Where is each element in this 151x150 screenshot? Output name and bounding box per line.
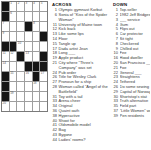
black-cell — [40, 52, 47, 61]
across-clues-column: ACROSS 1Olympic gymnast Korbut6Sonia of … — [52, 2, 112, 143]
grid-cell[interactable]: 3 — [25, 2, 32, 11]
grid-cell[interactable] — [25, 102, 32, 111]
grid-cell[interactable]: 16 — [25, 72, 32, 81]
grid-cell[interactable] — [10, 32, 17, 41]
cell-number: 12 — [10, 52, 13, 56]
grid-cell[interactable]: 7 — [2, 22, 9, 31]
grid-cell[interactable]: 2 — [17, 2, 24, 11]
cell-number: 5 — [41, 2, 43, 6]
clue-text: Ladies' rooms? — [59, 138, 113, 143]
grid-cell[interactable] — [33, 92, 40, 101]
grid-cell[interactable]: 6 — [10, 12, 17, 21]
grid-cell[interactable] — [33, 32, 40, 41]
grid-cell[interactable]: 5 — [40, 2, 47, 11]
grid-cell[interactable]: 12 — [10, 52, 17, 61]
grid-cell[interactable] — [25, 32, 32, 41]
cell-number: 13 — [25, 52, 28, 56]
grid-cell[interactable] — [25, 42, 32, 51]
grid-cell[interactable] — [10, 82, 17, 91]
black-cell — [10, 42, 17, 51]
grid-cell[interactable]: 17 — [40, 72, 47, 81]
grid-cell[interactable] — [33, 12, 40, 21]
black-cell — [40, 62, 47, 71]
cell-number: 18 — [33, 82, 36, 86]
clue-text: Pen residents — [120, 114, 151, 119]
cell-number: 19 — [10, 92, 13, 96]
grid-cell[interactable] — [10, 102, 17, 111]
grid-cell[interactable] — [17, 72, 24, 81]
black-cell — [40, 32, 47, 41]
grid-cell[interactable]: 10 — [17, 42, 24, 51]
grid-cell[interactable] — [17, 62, 24, 71]
grid-cell[interactable] — [25, 92, 32, 101]
black-cell — [2, 82, 9, 91]
cell-number: 17 — [41, 72, 44, 76]
cell-number: 8 — [33, 22, 35, 26]
cell-number: 7 — [3, 22, 5, 26]
clue-number: 44 — [52, 138, 57, 143]
black-cell — [2, 42, 9, 51]
cell-number: 20 — [3, 102, 6, 106]
grid-cell[interactable] — [17, 102, 24, 111]
crossword-grid[interactable]: 1234567891011121314151617181920 — [1, 1, 48, 112]
black-cell — [25, 62, 32, 71]
grid-cell[interactable] — [40, 92, 47, 101]
grid-cell[interactable] — [40, 82, 47, 91]
grid-cell[interactable] — [40, 22, 47, 31]
grid-cell[interactable]: 8 — [33, 22, 40, 31]
grid-cell[interactable]: 11 — [2, 52, 9, 61]
cell-number: 2 — [18, 2, 20, 6]
black-cell — [2, 2, 9, 11]
grid-cell[interactable]: 14 — [2, 62, 9, 71]
cell-number: 10 — [18, 42, 21, 46]
grid-cell[interactable]: 19 — [10, 92, 17, 101]
black-cell — [17, 52, 24, 61]
grid-cell[interactable] — [17, 92, 24, 101]
black-cell — [2, 72, 9, 81]
grid-cell[interactable] — [17, 32, 24, 41]
grid-cell[interactable]: 18 — [33, 82, 40, 91]
grid-cell[interactable] — [10, 62, 17, 71]
black-cell — [2, 12, 9, 21]
grid-cell[interactable] — [33, 102, 40, 111]
cell-number: 4 — [33, 2, 35, 6]
cell-number: 14 — [3, 62, 6, 66]
grid-cell[interactable] — [40, 12, 47, 21]
clue-item: 39Pen residents — [113, 114, 150, 119]
cell-number: 15 — [10, 72, 13, 76]
black-cell — [25, 22, 32, 31]
crossword-page: 1234567891011121314151617181920 ACROSS 1… — [0, 0, 150, 150]
grid-cell[interactable] — [33, 42, 40, 51]
black-cell — [2, 92, 9, 101]
down-clue-list: 1Top-seller21982 Jeff Bridges film3___ s… — [113, 8, 150, 118]
grid-cell[interactable] — [17, 82, 24, 91]
grid-cell[interactable] — [25, 12, 32, 21]
grid-cell[interactable] — [25, 82, 32, 91]
cell-number: 11 — [3, 52, 6, 56]
grid-cell[interactable] — [33, 52, 40, 61]
down-clues-column: DOWN 1Top-seller21982 Jeff Bridges film3… — [113, 2, 150, 119]
grid-cell[interactable]: 13 — [25, 52, 32, 61]
cell-number: 9 — [3, 32, 5, 36]
grid-cell[interactable] — [40, 102, 47, 111]
cell-number: 6 — [10, 12, 12, 16]
clue-number: 39 — [113, 114, 118, 119]
across-clue-list: 1Olympic gymnast Korbut6Sonia of "Kiss o… — [52, 8, 112, 142]
clue-item: 44Ladies' rooms? — [52, 138, 112, 143]
grid-cell[interactable]: 20 — [2, 102, 9, 111]
grid-cell[interactable] — [17, 12, 24, 21]
cell-number: 1 — [10, 2, 12, 6]
cell-number: 16 — [25, 72, 28, 76]
grid-cell[interactable]: 1 — [10, 2, 17, 11]
black-cell — [33, 72, 40, 81]
grid-cell[interactable] — [17, 22, 24, 31]
grid-cell[interactable] — [40, 42, 47, 51]
grid-cell[interactable]: 9 — [2, 32, 9, 41]
grid-cell[interactable]: 4 — [33, 2, 40, 11]
cell-number: 3 — [25, 2, 27, 6]
down-header: DOWN — [113, 2, 150, 7]
grid-cell[interactable]: 15 — [10, 72, 17, 81]
black-cell — [33, 62, 40, 71]
grid-cell[interactable] — [10, 22, 17, 31]
